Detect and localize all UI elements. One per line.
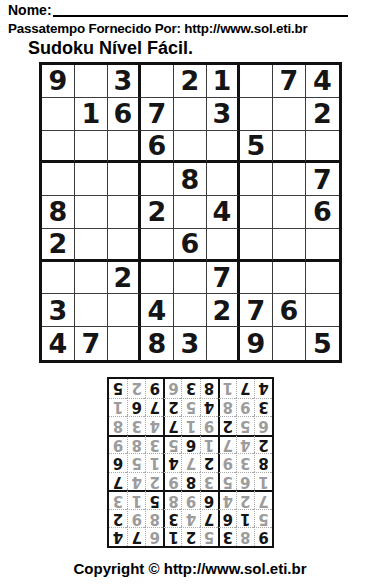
puzzle-cell-r1c1: 9 <box>42 65 75 98</box>
puzzle-cell-r5c2 <box>75 196 108 229</box>
puzzle-cell-r9c9: 5 <box>306 327 339 360</box>
solution-cell-r4c3: 5 <box>218 472 236 491</box>
solution-cell-r4c4: 3 <box>200 472 218 491</box>
puzzle-cell-r8c2 <box>75 294 108 327</box>
solution-cell-r1c3: 3 <box>218 527 236 546</box>
puzzle-cell-r5c3 <box>108 196 141 229</box>
solution-cell-r2c7: 8 <box>145 509 163 528</box>
puzzle-grid: 9321741673265878246262734276478395 <box>39 62 342 363</box>
puzzle-cell-r3c9 <box>306 131 339 164</box>
solution-cell-r1c1: 9 <box>254 527 272 546</box>
solution-cell-r1c2: 8 <box>236 527 254 546</box>
page-title: Sudoku Nível Fácil. <box>28 38 193 59</box>
puzzle-cell-r9c7: 9 <box>240 327 273 360</box>
puzzle-cell-r1c8: 7 <box>273 65 306 98</box>
solution-cell-r9c3: 1 <box>218 379 236 398</box>
puzzle-cell-r2c6: 3 <box>207 98 240 131</box>
puzzle-cell-r1c3: 3 <box>108 65 141 98</box>
puzzle-cell-r1c5: 2 <box>174 65 207 98</box>
puzzle-cell-r3c8 <box>273 131 306 164</box>
puzzle-cell-r7c5 <box>174 262 207 295</box>
solution-cell-r6c1: 2 <box>254 435 272 454</box>
puzzle-cell-r7c1 <box>42 262 75 295</box>
puzzle-cell-r2c8 <box>273 98 306 131</box>
solution-cell-r7c7: 4 <box>145 416 163 435</box>
puzzle-cell-r3c6 <box>207 131 240 164</box>
solution-cell-r6c8: 8 <box>127 435 145 454</box>
puzzle-cell-r6c1: 2 <box>42 229 75 262</box>
solution-cell-r5c1: 8 <box>254 453 272 472</box>
solution-cell-r3c7: 5 <box>145 490 163 509</box>
solution-cell-r8c7: 7 <box>145 398 163 417</box>
solution-cell-r3c2: 2 <box>236 490 254 509</box>
solution-cell-r7c6: 7 <box>163 416 181 435</box>
puzzle-cell-r2c5 <box>174 98 207 131</box>
solution-cell-r8c9: 1 <box>109 398 127 417</box>
puzzle-cell-r5c4: 2 <box>141 196 174 229</box>
worksheet-page: Nome: Passatempo Fornecido Por: http://w… <box>0 0 380 585</box>
solution-cell-r1c6: 1 <box>163 527 181 546</box>
solution-cell-r9c9: 5 <box>109 379 127 398</box>
solution-cell-r1c8: 7 <box>127 527 145 546</box>
puzzle-cell-r2c9: 2 <box>306 98 339 131</box>
solution-cell-r5c6: 4 <box>163 453 181 472</box>
solution-cell-r7c2: 5 <box>236 416 254 435</box>
solution-cell-r6c6: 5 <box>163 435 181 454</box>
puzzle-cell-r1c6: 1 <box>207 65 240 98</box>
solution-cell-r2c9: 2 <box>109 509 127 528</box>
solution-cell-r4c2: 6 <box>236 472 254 491</box>
puzzle-cell-r5c7 <box>240 196 273 229</box>
solution-cell-r8c8: 6 <box>127 398 145 417</box>
puzzle-cell-r2c3: 6 <box>108 98 141 131</box>
puzzle-cell-r7c6: 7 <box>207 262 240 295</box>
solution-cell-r7c1: 6 <box>254 416 272 435</box>
solution-cell-r3c3: 4 <box>218 490 236 509</box>
solution-cell-r9c6: 6 <box>163 379 181 398</box>
solution-grid: 9835216745167438927246985131653892478392… <box>107 377 274 548</box>
solution-cell-r5c7: 1 <box>145 453 163 472</box>
puzzle-cell-r6c3 <box>108 229 141 262</box>
solution-cell-r5c5: 7 <box>181 453 199 472</box>
puzzle-cell-r5c9: 6 <box>306 196 339 229</box>
puzzle-cell-r9c8 <box>273 327 306 360</box>
puzzle-cell-r6c7 <box>240 229 273 262</box>
puzzle-cell-r1c9: 4 <box>306 65 339 98</box>
puzzle-cell-r5c6: 4 <box>207 196 240 229</box>
solution-cell-r9c5: 3 <box>181 379 199 398</box>
puzzle-cell-r1c7 <box>240 65 273 98</box>
solution-cell-r2c1: 5 <box>254 509 272 528</box>
puzzle-cell-r2c4: 7 <box>141 98 174 131</box>
puzzle-cell-r9c3 <box>108 327 141 360</box>
solution-cell-r8c1: 3 <box>254 398 272 417</box>
puzzle-cell-r6c5: 6 <box>174 229 207 262</box>
puzzle-cell-r7c3: 2 <box>108 262 141 295</box>
solution-cell-r3c1: 7 <box>254 490 272 509</box>
solution-cell-r2c2: 1 <box>236 509 254 528</box>
puzzle-cell-r4c3 <box>108 163 141 196</box>
solution-cell-r4c1: 1 <box>254 472 272 491</box>
puzzle-cell-r8c7: 7 <box>240 294 273 327</box>
puzzle-cell-r4c2 <box>75 163 108 196</box>
solution-cell-r5c3: 9 <box>218 453 236 472</box>
solution-cell-r3c5: 9 <box>181 490 199 509</box>
solution-cell-r1c7: 6 <box>145 527 163 546</box>
puzzle-cell-r7c9 <box>306 262 339 295</box>
puzzle-cell-r9c5: 3 <box>174 327 207 360</box>
solution-cell-r6c2: 4 <box>236 435 254 454</box>
solution-cell-r5c2: 3 <box>236 453 254 472</box>
puzzle-cell-r7c2 <box>75 262 108 295</box>
solution-cell-r5c9: 6 <box>109 453 127 472</box>
solution-cell-r9c1: 4 <box>254 379 272 398</box>
puzzle-cell-r6c6 <box>207 229 240 262</box>
puzzle-cell-r8c3 <box>108 294 141 327</box>
puzzle-cell-r5c1: 8 <box>42 196 75 229</box>
solution-cell-r2c6: 3 <box>163 509 181 528</box>
puzzle-cell-r6c2 <box>75 229 108 262</box>
solution-cell-r7c4: 9 <box>200 416 218 435</box>
solution-cell-r1c4: 5 <box>200 527 218 546</box>
puzzle-cell-r4c5: 8 <box>174 163 207 196</box>
puzzle-cell-r5c5 <box>174 196 207 229</box>
solution-cell-r4c9: 7 <box>109 472 127 491</box>
name-label: Nome: <box>8 2 52 18</box>
solution-cell-r6c3: 7 <box>218 435 236 454</box>
puzzle-cell-r8c6: 2 <box>207 294 240 327</box>
puzzle-cell-r3c5 <box>174 131 207 164</box>
puzzle-cell-r7c7 <box>240 262 273 295</box>
solution-cell-r2c8: 9 <box>127 509 145 528</box>
puzzle-cell-r7c4 <box>141 262 174 295</box>
puzzle-cell-r4c1 <box>42 163 75 196</box>
solution-cell-r8c5: 5 <box>181 398 199 417</box>
puzzle-cell-r5c8 <box>273 196 306 229</box>
puzzle-cell-r9c6 <box>207 327 240 360</box>
solution-cell-r7c9: 8 <box>109 416 127 435</box>
solution-cell-r6c4: 1 <box>200 435 218 454</box>
solution-cell-r6c5: 6 <box>181 435 199 454</box>
puzzle-cell-r8c1: 3 <box>42 294 75 327</box>
puzzle-cell-r1c2 <box>75 65 108 98</box>
solution-cell-r5c4: 2 <box>200 453 218 472</box>
puzzle-cell-r8c8: 6 <box>273 294 306 327</box>
solution-cell-r8c6: 2 <box>163 398 181 417</box>
solution-cell-r8c4: 4 <box>200 398 218 417</box>
solution-cell-r2c4: 7 <box>200 509 218 528</box>
solution-cell-r9c8: 2 <box>127 379 145 398</box>
puzzle-cell-r3c4: 6 <box>141 131 174 164</box>
solution-cell-r5c8: 5 <box>127 453 145 472</box>
solution-cell-r9c4: 8 <box>200 379 218 398</box>
puzzle-cell-r6c4 <box>141 229 174 262</box>
puzzle-cell-r2c7 <box>240 98 273 131</box>
solution-cell-r9c2: 7 <box>236 379 254 398</box>
puzzle-cell-r8c4: 4 <box>141 294 174 327</box>
solution-cell-r7c3: 2 <box>218 416 236 435</box>
puzzle-cell-r7c8 <box>273 262 306 295</box>
solution-cell-r2c3: 6 <box>218 509 236 528</box>
solution-cell-r7c5: 1 <box>181 416 199 435</box>
puzzle-cell-r1c4 <box>141 65 174 98</box>
puzzle-cell-r3c3 <box>108 131 141 164</box>
puzzle-cell-r4c4 <box>141 163 174 196</box>
solution-cell-r4c8: 4 <box>127 472 145 491</box>
puzzle-cell-r3c1 <box>42 131 75 164</box>
solution-cell-r4c5: 8 <box>181 472 199 491</box>
solution-cell-r3c8: 1 <box>127 490 145 509</box>
puzzle-cell-r2c2: 1 <box>75 98 108 131</box>
solution-cell-r2c5: 4 <box>181 509 199 528</box>
name-underline <box>53 15 348 17</box>
copyright-line: Copyright © http://www.sol.eti.br <box>0 560 380 577</box>
puzzle-cell-r3c2 <box>75 131 108 164</box>
puzzle-cell-r4c7 <box>240 163 273 196</box>
solution-cell-r6c9: 9 <box>109 435 127 454</box>
solution-cell-r8c2: 9 <box>236 398 254 417</box>
puzzle-cell-r4c8 <box>273 163 306 196</box>
solution-cell-r3c9: 3 <box>109 490 127 509</box>
puzzle-cell-r2c1 <box>42 98 75 131</box>
solution-cell-r3c6: 8 <box>163 490 181 509</box>
name-row: Nome: <box>8 2 348 18</box>
puzzle-cell-r3c7: 5 <box>240 131 273 164</box>
solution-cell-r9c7: 9 <box>145 379 163 398</box>
puzzle-cell-r4c9: 7 <box>306 163 339 196</box>
solution-cell-r6c7: 3 <box>145 435 163 454</box>
provider-line: Passatempo Fornecido Por: http://www.sol… <box>8 21 308 36</box>
puzzle-cell-r9c4: 8 <box>141 327 174 360</box>
solution-cell-r8c3: 8 <box>218 398 236 417</box>
puzzle-cell-r8c5 <box>174 294 207 327</box>
puzzle-cell-r6c8 <box>273 229 306 262</box>
solution-cell-r4c7: 2 <box>145 472 163 491</box>
solution-cell-r4c6: 9 <box>163 472 181 491</box>
puzzle-cell-r9c2: 7 <box>75 327 108 360</box>
puzzle-cell-r8c9 <box>306 294 339 327</box>
puzzle-cell-r6c9 <box>306 229 339 262</box>
solution-cell-r3c4: 6 <box>200 490 218 509</box>
puzzle-cell-r9c1: 4 <box>42 327 75 360</box>
solution-cell-r1c9: 4 <box>109 527 127 546</box>
solution-cell-r1c5: 2 <box>181 527 199 546</box>
solution-cell-r7c8: 3 <box>127 416 145 435</box>
puzzle-cell-r4c6 <box>207 163 240 196</box>
